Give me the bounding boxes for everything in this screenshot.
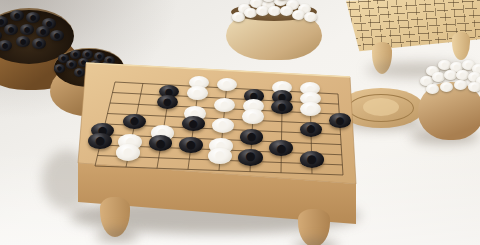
black-stone-J6: ● <box>329 113 351 128</box>
black-stone-B5: ● <box>123 114 146 129</box>
black-stone-F4: ● <box>240 129 263 145</box>
photo-canvas: ●●●●●●●●●●●● ●●●●●●●●●●●●● ●●●●●●●●●●●●●… <box>0 0 480 245</box>
white-stone-E9: ● <box>217 78 237 91</box>
white-stone-E7: ● <box>214 98 235 112</box>
white-stone-D8: ● <box>187 86 208 100</box>
black-stone-A3: ● <box>88 133 112 149</box>
white-stone-F6: ● <box>242 109 264 124</box>
leg-shadow-right <box>294 240 338 245</box>
black-stone-D3: ● <box>179 137 203 153</box>
black-stone-H2: ● <box>300 151 324 168</box>
white-stone-H7: ● <box>300 102 321 116</box>
white-stone-B2: ● <box>116 144 140 161</box>
main-goban <box>0 0 480 245</box>
black-stone-F2: ● <box>238 149 262 166</box>
black-stone-C7: ● <box>157 95 178 109</box>
black-stone-H5: ● <box>300 122 323 137</box>
white-stone-E5: ● <box>212 118 235 133</box>
leg-shadow-left <box>96 230 138 242</box>
